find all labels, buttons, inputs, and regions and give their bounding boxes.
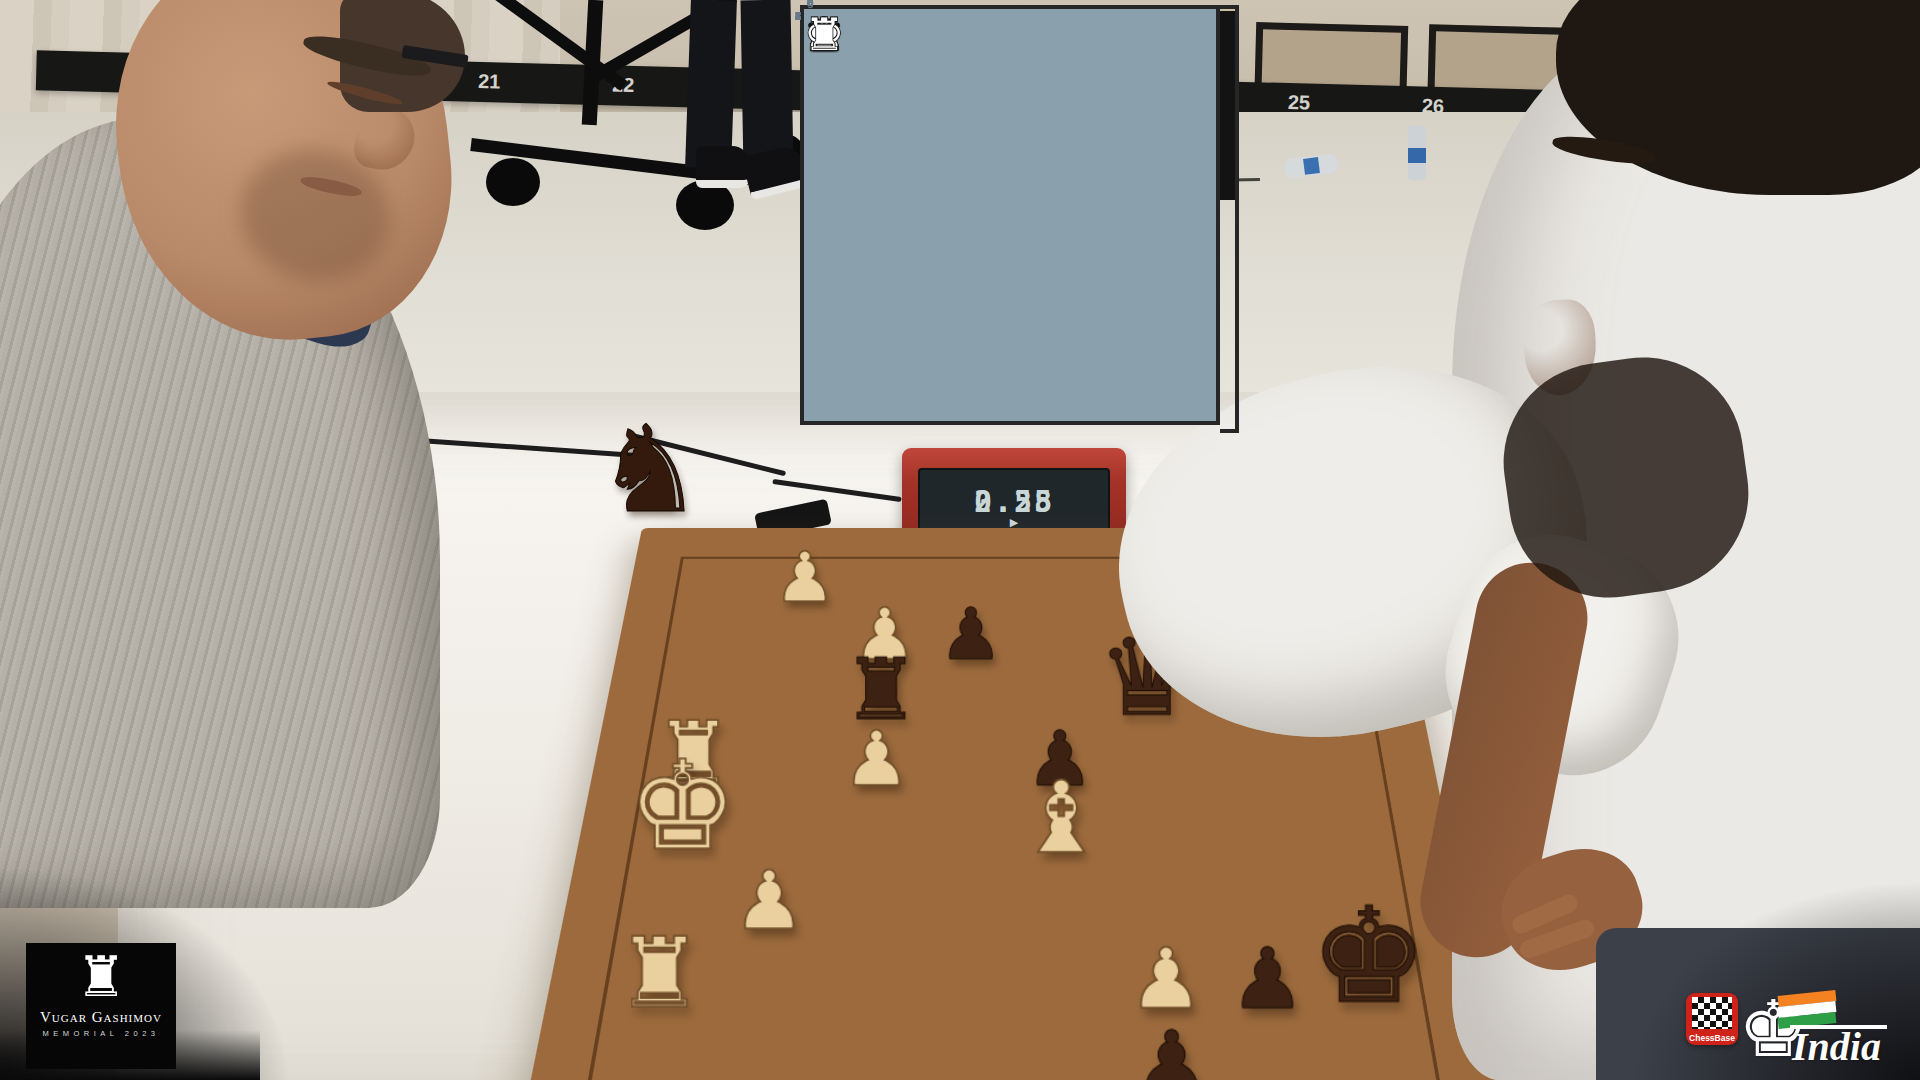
dolly-wheel — [486, 158, 540, 206]
india-label: India — [1790, 1025, 1887, 1065]
chessbase-logo: ChessBase — [1686, 993, 1738, 1045]
chessbase-checker-icon — [1692, 997, 1732, 1029]
piece-white-a2: ♟ — [774, 544, 836, 613]
piece-black-g7: ♟ — [1230, 938, 1305, 1022]
event-logo: ♜ Vugar Gashimov MEMORIAL 2023 — [26, 943, 176, 1069]
piece-black-h6: ♟ — [1133, 1021, 1211, 1080]
wall-number-21: 21 — [478, 70, 501, 94]
bystander-leg — [685, 0, 737, 169]
eval-bar-white — [1220, 9, 1235, 11]
broadcast-frame: 21222526 2.28 0.55 ▶ DGT3000 ◀▬▶❘✚▶ — [0, 0, 1920, 1080]
water-bottle — [1408, 126, 1426, 180]
piece-white-e1: ♚ — [627, 744, 737, 867]
piece-black-g8: ♚ — [1310, 890, 1428, 1022]
piece-white-g1: ♜ — [616, 925, 702, 1021]
piece-white-g6: ♟ — [1129, 938, 1204, 1022]
digital-board: ♜♚8♛♝♟7♛♟♟6♟♝5♟4♟♜♟3♟♟2abc♜d♚ef♜gh1 — [800, 5, 1220, 425]
bottle-label — [1408, 148, 1426, 163]
piece-black-b4: ♟ — [939, 600, 1003, 671]
captured-black-knight: ♞ — [596, 410, 704, 530]
file-label-h: h — [807, 0, 814, 8]
eval-bar-black — [1220, 9, 1235, 200]
chessbase-label: ChessBase — [1686, 1033, 1738, 1043]
rank-label-1: 1 — [795, 10, 801, 22]
bystander-shoe — [696, 146, 750, 188]
clock-time-right: 0.55 — [974, 484, 1054, 519]
piece-white-f2: ♟ — [733, 861, 805, 942]
piece-white-d3: ♟ — [843, 722, 911, 798]
bottle-label — [1303, 157, 1320, 175]
rook-icon: ♜ — [26, 947, 176, 1007]
piece-white-e5: ♝ — [1017, 768, 1106, 867]
digital-board-overlay: ♜♚8♛♝♟7♛♟♟6♟♝5♟4♟♜♟3♟♟2abc♜d♚ef♜gh1 — [800, 5, 1239, 433]
digital-board-grid: ♜♚8♛♝♟7♛♟♟6♟♝5♟4♟♜♟3♟♟2abc♜d♚ef♜gh1 — [804, 9, 1216, 421]
eval-bar — [1220, 5, 1239, 433]
event-logo-title: Vugar Gashimov — [26, 1009, 176, 1026]
event-logo-subtitle: MEMORIAL 2023 — [26, 1029, 176, 1038]
chessbase-india-logo: ♚ India — [1738, 985, 1918, 1080]
